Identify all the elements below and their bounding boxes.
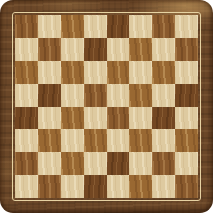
- square-r7c5: [129, 175, 152, 198]
- square-r4c1: [38, 107, 61, 130]
- square-r2c6: [152, 61, 175, 84]
- square-r6c4: [107, 152, 130, 175]
- square-r4c5: [129, 107, 152, 130]
- square-r7c7: [175, 175, 198, 198]
- square-r3c5: [129, 84, 152, 107]
- square-r1c3: [84, 38, 107, 61]
- square-r4c3: [84, 107, 107, 130]
- square-r3c4: [107, 84, 130, 107]
- board-grid: [15, 15, 198, 198]
- square-r0c5: [129, 15, 152, 38]
- chess-board: [0, 0, 213, 213]
- square-r5c7: [175, 129, 198, 152]
- square-r5c2: [61, 129, 84, 152]
- square-r6c3: [84, 152, 107, 175]
- square-r5c5: [129, 129, 152, 152]
- square-r6c5: [129, 152, 152, 175]
- square-r7c6: [152, 175, 175, 198]
- square-r0c0: [15, 15, 38, 38]
- square-r6c6: [152, 152, 175, 175]
- square-r5c3: [84, 129, 107, 152]
- square-r3c2: [61, 84, 84, 107]
- square-r3c1: [38, 84, 61, 107]
- square-r0c4: [107, 15, 130, 38]
- square-r1c5: [129, 38, 152, 61]
- square-r4c4: [107, 107, 130, 130]
- square-r1c6: [152, 38, 175, 61]
- square-r3c6: [152, 84, 175, 107]
- square-r4c7: [175, 107, 198, 130]
- square-r6c1: [38, 152, 61, 175]
- square-r3c3: [84, 84, 107, 107]
- square-r2c4: [107, 61, 130, 84]
- square-r2c2: [61, 61, 84, 84]
- square-r2c7: [175, 61, 198, 84]
- square-r0c7: [175, 15, 198, 38]
- square-r3c0: [15, 84, 38, 107]
- square-r7c3: [84, 175, 107, 198]
- square-r7c0: [15, 175, 38, 198]
- square-r1c0: [15, 38, 38, 61]
- square-r2c3: [84, 61, 107, 84]
- square-r6c2: [61, 152, 84, 175]
- square-r7c4: [107, 175, 130, 198]
- square-r1c7: [175, 38, 198, 61]
- square-r0c1: [38, 15, 61, 38]
- square-r4c2: [61, 107, 84, 130]
- square-r2c1: [38, 61, 61, 84]
- square-r7c1: [38, 175, 61, 198]
- square-r0c6: [152, 15, 175, 38]
- square-r6c7: [175, 152, 198, 175]
- square-r0c3: [84, 15, 107, 38]
- square-r4c0: [15, 107, 38, 130]
- square-r1c1: [38, 38, 61, 61]
- square-r6c0: [15, 152, 38, 175]
- square-r3c7: [175, 84, 198, 107]
- square-r0c2: [61, 15, 84, 38]
- square-r7c2: [61, 175, 84, 198]
- square-r4c6: [152, 107, 175, 130]
- square-r2c5: [129, 61, 152, 84]
- square-r5c1: [38, 129, 61, 152]
- square-r5c0: [15, 129, 38, 152]
- square-r1c2: [61, 38, 84, 61]
- square-r5c6: [152, 129, 175, 152]
- square-r2c0: [15, 61, 38, 84]
- square-r5c4: [107, 129, 130, 152]
- square-r1c4: [107, 38, 130, 61]
